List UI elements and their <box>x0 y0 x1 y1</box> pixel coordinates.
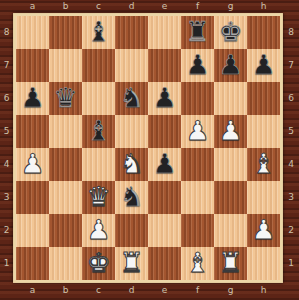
board-inner-border: ♝♜♚♟♟♟♟♛♞♟♝♟♟♟♞♟♝♛♞♟♟♚♜♝♜ <box>13 13 283 283</box>
square-d1[interactable]: ♜ <box>115 247 148 280</box>
piece-white-queen[interactable]: ♛ <box>82 181 115 214</box>
square-c2[interactable]: ♟ <box>82 214 115 247</box>
file-label-h: h <box>247 0 280 13</box>
file-label-a: a <box>16 0 49 13</box>
square-f8[interactable]: ♜ <box>181 16 214 49</box>
square-b2[interactable] <box>49 214 82 247</box>
rank-label-2: 2 <box>283 214 299 247</box>
square-c5[interactable]: ♝ <box>82 115 115 148</box>
square-e6[interactable]: ♟ <box>148 82 181 115</box>
square-h5[interactable] <box>247 115 280 148</box>
square-b5[interactable] <box>49 115 82 148</box>
square-h6[interactable] <box>247 82 280 115</box>
square-e4[interactable]: ♟ <box>148 148 181 181</box>
piece-white-pawn[interactable]: ♟ <box>214 115 247 148</box>
square-f1[interactable]: ♝ <box>181 247 214 280</box>
square-f7[interactable]: ♟ <box>181 49 214 82</box>
square-a4[interactable]: ♟ <box>16 148 49 181</box>
square-b8[interactable] <box>49 16 82 49</box>
square-d3[interactable]: ♞ <box>115 181 148 214</box>
square-b6[interactable]: ♛ <box>49 82 82 115</box>
square-g3[interactable] <box>214 181 247 214</box>
rank-label-1: 1 <box>283 247 299 280</box>
square-b7[interactable] <box>49 49 82 82</box>
square-f5[interactable]: ♟ <box>181 115 214 148</box>
rank-label-2: 2 <box>0 214 13 247</box>
rank-label-5: 5 <box>283 115 299 148</box>
file-label-c: c <box>82 283 115 300</box>
piece-black-pawn[interactable]: ♟ <box>148 82 181 115</box>
square-b4[interactable] <box>49 148 82 181</box>
square-f6[interactable] <box>181 82 214 115</box>
piece-black-pawn[interactable]: ♟ <box>214 49 247 82</box>
square-c3[interactable]: ♛ <box>82 181 115 214</box>
square-h1[interactable] <box>247 247 280 280</box>
piece-white-knight[interactable]: ♞ <box>115 148 148 181</box>
square-c1[interactable]: ♚ <box>82 247 115 280</box>
square-e2[interactable] <box>148 214 181 247</box>
rank-label-3: 3 <box>283 181 299 214</box>
rank-label-8: 8 <box>0 16 13 49</box>
piece-black-queen[interactable]: ♛ <box>49 82 82 115</box>
square-h4[interactable]: ♝ <box>247 148 280 181</box>
square-h7[interactable]: ♟ <box>247 49 280 82</box>
file-label-f: f <box>181 283 214 300</box>
file-label-e: e <box>148 283 181 300</box>
square-b3[interactable] <box>49 181 82 214</box>
piece-white-bishop[interactable]: ♝ <box>181 247 214 280</box>
piece-white-pawn[interactable]: ♟ <box>16 148 49 181</box>
wooden-frame: abcdefgh abcdefgh 87654321 87654321 ♝♜♚♟… <box>0 0 299 300</box>
piece-white-king[interactable]: ♚ <box>82 247 115 280</box>
file-label-b: b <box>49 0 82 13</box>
file-label-h: h <box>247 283 280 300</box>
square-d5[interactable] <box>115 115 148 148</box>
piece-black-knight[interactable]: ♞ <box>115 82 148 115</box>
square-a6[interactable]: ♟ <box>16 82 49 115</box>
rank-label-7: 7 <box>0 49 13 82</box>
file-label-c: c <box>82 0 115 13</box>
rank-label-1: 1 <box>0 247 13 280</box>
file-label-b: b <box>49 283 82 300</box>
square-g4[interactable] <box>214 148 247 181</box>
square-a1[interactable] <box>16 247 49 280</box>
piece-white-bishop[interactable]: ♝ <box>247 148 280 181</box>
file-label-a: a <box>16 283 49 300</box>
rank-labels-right: 87654321 <box>283 16 299 280</box>
piece-white-rook[interactable]: ♜ <box>115 247 148 280</box>
piece-black-pawn[interactable]: ♟ <box>247 49 280 82</box>
file-labels-bottom: abcdefgh <box>16 283 280 300</box>
square-d8[interactable] <box>115 16 148 49</box>
piece-black-bishop[interactable]: ♝ <box>82 115 115 148</box>
chess-board: ♝♜♚♟♟♟♟♛♞♟♝♟♟♟♞♟♝♛♞♟♟♚♜♝♜ <box>16 16 280 280</box>
square-e1[interactable] <box>148 247 181 280</box>
square-g2[interactable] <box>214 214 247 247</box>
file-label-g: g <box>214 0 247 13</box>
rank-label-7: 7 <box>283 49 299 82</box>
square-h2[interactable]: ♟ <box>247 214 280 247</box>
square-a3[interactable] <box>16 181 49 214</box>
rank-label-3: 3 <box>0 181 13 214</box>
square-f3[interactable] <box>181 181 214 214</box>
rank-label-6: 6 <box>0 82 13 115</box>
square-e3[interactable] <box>148 181 181 214</box>
piece-black-pawn[interactable]: ♟ <box>148 148 181 181</box>
piece-white-pawn[interactable]: ♟ <box>247 214 280 247</box>
rank-label-4: 4 <box>283 148 299 181</box>
square-e8[interactable] <box>148 16 181 49</box>
rank-label-5: 5 <box>0 115 13 148</box>
piece-black-king[interactable]: ♚ <box>214 16 247 49</box>
square-a2[interactable] <box>16 214 49 247</box>
piece-white-rook[interactable]: ♜ <box>214 247 247 280</box>
square-g1[interactable]: ♜ <box>214 247 247 280</box>
file-label-d: d <box>115 283 148 300</box>
square-c7[interactable] <box>82 49 115 82</box>
square-g8[interactable]: ♚ <box>214 16 247 49</box>
square-c8[interactable]: ♝ <box>82 16 115 49</box>
piece-black-bishop[interactable]: ♝ <box>82 16 115 49</box>
file-label-e: e <box>148 0 181 13</box>
rank-label-6: 6 <box>283 82 299 115</box>
piece-black-rook[interactable]: ♜ <box>181 16 214 49</box>
square-a5[interactable] <box>16 115 49 148</box>
file-labels-top: abcdefgh <box>16 0 280 13</box>
square-b1[interactable] <box>49 247 82 280</box>
square-h8[interactable] <box>247 16 280 49</box>
file-label-g: g <box>214 283 247 300</box>
rank-labels-left: 87654321 <box>0 16 13 280</box>
square-e7[interactable] <box>148 49 181 82</box>
square-g7[interactable]: ♟ <box>214 49 247 82</box>
piece-white-pawn[interactable]: ♟ <box>181 115 214 148</box>
piece-black-pawn[interactable]: ♟ <box>16 82 49 115</box>
square-d4[interactable]: ♞ <box>115 148 148 181</box>
square-e5[interactable] <box>148 115 181 148</box>
piece-black-pawn[interactable]: ♟ <box>181 49 214 82</box>
rank-label-8: 8 <box>283 16 299 49</box>
file-label-d: d <box>115 0 148 13</box>
square-f2[interactable] <box>181 214 214 247</box>
square-d7[interactable] <box>115 49 148 82</box>
piece-black-knight[interactable]: ♞ <box>115 181 148 214</box>
square-d6[interactable]: ♞ <box>115 82 148 115</box>
piece-white-pawn[interactable]: ♟ <box>82 214 115 247</box>
square-c4[interactable] <box>82 148 115 181</box>
square-c6[interactable] <box>82 82 115 115</box>
square-a7[interactable] <box>16 49 49 82</box>
square-g6[interactable] <box>214 82 247 115</box>
square-h3[interactable] <box>247 181 280 214</box>
square-d2[interactable] <box>115 214 148 247</box>
file-label-f: f <box>181 0 214 13</box>
square-a8[interactable] <box>16 16 49 49</box>
rank-label-4: 4 <box>0 148 13 181</box>
square-g5[interactable]: ♟ <box>214 115 247 148</box>
square-f4[interactable] <box>181 148 214 181</box>
